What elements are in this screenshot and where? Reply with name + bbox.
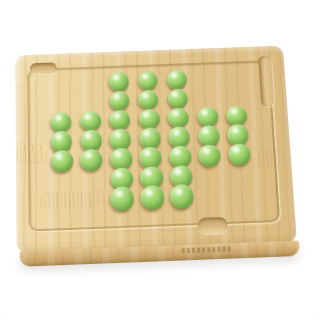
no-hole [191,69,221,89]
etched-mark-front-edge [182,246,231,253]
no-hole [46,74,75,94]
no-hole [220,68,250,88]
no-hole [192,88,222,108]
solitaire-board: ●●●●●●●●●●●●●●●●●●●●●●●●●●●●●●●●● [15,46,297,254]
etched-mark-top [162,50,207,58]
hole: ● [167,186,198,207]
no-hole [226,184,257,205]
photo-background: ●●●●●●●●●●●●●●●●●●●●●●●●●●●●●●●●● [0,0,320,320]
finger-slot-bottom-right [198,217,228,234]
marble[interactable]: ● [140,186,164,210]
marble[interactable]: ● [109,72,129,91]
hole: ● [107,188,137,209]
etched-mark-left [17,144,42,165]
marble[interactable]: ● [167,70,187,89]
marble[interactable]: ● [198,145,221,167]
hole-grid: ●●●●●●●●●●●●●●●●●●●●●●●●●●●●●●●●● [46,68,257,212]
channel-end-top-right [258,55,274,107]
marble[interactable]: ● [80,149,102,171]
finger-slot-top-left [30,62,57,74]
marble[interactable]: ● [138,90,159,110]
hole: ● [77,150,107,171]
hole: ● [104,91,134,111]
marble[interactable]: ● [110,187,134,211]
hole: ● [104,72,134,92]
marble[interactable]: ● [228,143,251,165]
no-hole [75,92,105,112]
no-hole [77,169,107,190]
marble[interactable]: ● [170,184,194,208]
no-hole [77,189,107,210]
no-hole [225,164,256,185]
hole: ● [47,151,77,172]
no-hole [195,165,226,186]
board-front-edge [20,241,300,267]
hole: ● [133,71,163,91]
marble[interactable]: ● [167,89,188,109]
marble[interactable]: ● [51,150,73,172]
no-hole [196,185,227,206]
hole: ● [195,145,226,166]
marble[interactable]: ● [138,71,158,90]
hole: ● [137,187,168,208]
hole: ● [134,90,164,110]
no-hole [47,171,77,192]
no-hole [221,86,251,106]
marble[interactable]: ● [109,91,129,111]
hole: ● [162,70,192,90]
no-hole [48,190,78,211]
hole: ● [224,144,255,165]
etched-mark-right [258,149,284,167]
hole: ● [163,89,193,109]
no-hole [46,93,76,113]
no-hole [75,73,105,93]
